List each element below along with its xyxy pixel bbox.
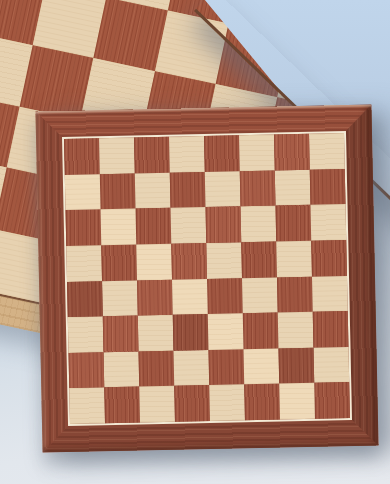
light-square (172, 279, 208, 315)
light-square (102, 280, 138, 316)
light-square (275, 169, 311, 205)
dark-square (104, 387, 140, 423)
light-square (69, 388, 105, 424)
light-square (313, 347, 349, 383)
light-square (101, 209, 137, 245)
dark-square (277, 276, 313, 312)
dark-square (171, 243, 207, 279)
light-square (66, 245, 102, 281)
light-square (138, 315, 174, 351)
light-square (104, 351, 140, 387)
light-square (279, 383, 315, 419)
dark-square (137, 279, 173, 315)
dark-square (69, 352, 105, 388)
dark-square (244, 384, 280, 420)
dark-square (314, 382, 350, 418)
dark-square (170, 172, 206, 208)
dark-square (310, 169, 346, 205)
dark-square (208, 349, 244, 385)
light-square (169, 136, 205, 172)
dark-square (64, 138, 100, 174)
dark-square (134, 137, 170, 173)
dark-square (206, 207, 242, 243)
light-square (278, 312, 314, 348)
light-square (209, 385, 245, 421)
light-square (309, 133, 345, 169)
dark-square (243, 313, 279, 349)
light-square (205, 171, 241, 207)
dark-square (240, 170, 276, 206)
light-square (243, 348, 279, 384)
dark-square (274, 134, 310, 170)
light-square (239, 135, 275, 171)
light-square (312, 276, 348, 312)
light-square (139, 386, 175, 422)
light-square (136, 244, 172, 280)
light-square (99, 137, 135, 173)
dark-square (103, 316, 139, 352)
dark-square (66, 209, 102, 245)
dark-square (313, 311, 349, 347)
light-square (173, 350, 209, 386)
dark-square (136, 208, 172, 244)
dark-square (275, 205, 311, 241)
light-square (208, 313, 244, 349)
light-square (310, 204, 346, 240)
foreground-board-playfield (62, 131, 352, 426)
light-square (65, 174, 101, 210)
dark-square (101, 244, 137, 280)
foreground-chess-board (35, 105, 378, 453)
dark-square (173, 314, 209, 350)
dark-square (139, 350, 175, 386)
light-square (135, 172, 171, 208)
light-square (276, 241, 312, 277)
product-photo-scene (0, 0, 390, 484)
light-square (171, 207, 207, 243)
dark-square (100, 173, 136, 209)
light-square (241, 206, 277, 242)
dark-square (311, 240, 347, 276)
dark-square (278, 348, 314, 384)
dark-square (67, 281, 103, 317)
dark-square (204, 135, 240, 171)
light-square (206, 242, 242, 278)
light-square (68, 316, 104, 352)
dark-square (174, 385, 210, 421)
dark-square (241, 241, 277, 277)
light-square (242, 277, 278, 313)
dark-square (207, 278, 243, 314)
